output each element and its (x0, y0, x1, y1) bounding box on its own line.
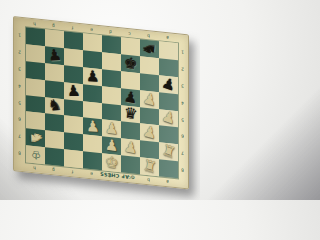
rank-label: 6 (178, 127, 187, 145)
square-d3: ♟ (83, 118, 102, 137)
chess-mat: hgfedcba hgfedcba 12345678 12345678 ♞♟♚♟… (13, 16, 189, 189)
square-e6 (102, 69, 121, 88)
square-e1: ♚ (102, 153, 121, 172)
square-a4 (26, 95, 45, 114)
square-b2 (45, 131, 64, 150)
square-g3: ♟ (140, 124, 159, 143)
square-h4: ♟ (159, 109, 178, 128)
chess-board: ♞♟♚♟♟♟♟♟♞♛♟♟♟♟♞♟♟♜♔♚♜ (25, 26, 179, 179)
piece-black-pawn: ♟ (86, 69, 100, 85)
square-c4 (64, 99, 83, 118)
square-d5 (83, 84, 102, 103)
square-h1 (159, 159, 178, 178)
square-e5 (102, 86, 121, 105)
rank-labels-right: 12345678 (178, 42, 187, 178)
square-g1: ♜ (140, 157, 159, 176)
piece-black-pawn: ♟ (47, 48, 63, 64)
square-b7: ♟ (45, 46, 64, 65)
piece-black-king: ♚ (123, 55, 138, 73)
square-c1 (64, 149, 83, 168)
photo-of-chess-board: { "game": "chess", "position": "6n1/1p3k… (0, 0, 200, 200)
rank-label: 5 (15, 93, 24, 111)
rank-label: 2 (178, 59, 187, 77)
square-b4: ♞ (45, 97, 64, 116)
piece-black-knight: ♞ (47, 98, 63, 114)
square-b1 (45, 147, 64, 166)
square-f7: ♚ (121, 54, 140, 73)
square-e7 (102, 52, 121, 71)
square-a2: ♞ (26, 129, 45, 148)
square-a7 (26, 44, 45, 63)
square-f4: ♛ (121, 105, 140, 124)
rank-label: 3 (178, 76, 187, 94)
rank-label: 7 (178, 144, 187, 162)
rank-label: 1 (15, 25, 24, 43)
rank-label: 2 (15, 42, 24, 60)
square-h8 (159, 41, 178, 60)
brand-name: AF CHESS (100, 171, 129, 180)
square-d8 (83, 33, 102, 52)
square-b6 (45, 63, 64, 82)
piece-black-pawn: ♟ (66, 84, 81, 99)
gear-icon: ⚙ (130, 175, 135, 180)
square-d6: ♟ (83, 67, 102, 86)
square-c8 (64, 31, 83, 50)
piece-white-king: ♚ (105, 155, 119, 172)
square-a5 (26, 78, 45, 97)
piece-white-knight: ♞ (28, 131, 43, 146)
rank-label: 6 (15, 110, 24, 128)
square-a8 (26, 27, 45, 46)
square-c7 (64, 48, 83, 67)
rank-label: 8 (15, 143, 24, 161)
square-g5: ♟ (140, 90, 159, 109)
rank-label: 1 (178, 42, 187, 60)
square-a3 (26, 112, 45, 131)
square-c6 (64, 65, 83, 84)
piece-white-pawn: ♟ (142, 124, 158, 142)
rank-label: 7 (15, 126, 24, 144)
square-a1: ♔ (26, 145, 45, 164)
piece-white-rook: ♜ (160, 143, 177, 162)
rank-label: 4 (178, 93, 187, 111)
square-f1 (121, 155, 140, 174)
square-a6 (26, 61, 45, 80)
corner-crown-logo-icon: ♔ (31, 149, 41, 161)
square-h6: ♟ (159, 75, 178, 94)
square-e8 (102, 35, 121, 54)
square-g8: ♞ (140, 39, 159, 58)
square-f6 (121, 71, 140, 90)
square-c2 (64, 133, 83, 152)
piece-white-rook: ♜ (142, 158, 158, 176)
piece-white-pawn: ♟ (142, 90, 158, 108)
piece-black-pawn: ♟ (160, 75, 177, 94)
piece-white-pawn: ♟ (123, 139, 138, 157)
rank-label: 5 (178, 110, 187, 128)
rank-labels-left: 12345678 (15, 25, 24, 161)
square-b3 (45, 114, 64, 133)
piece-white-pawn: ♟ (160, 109, 177, 128)
square-h2: ♜ (159, 143, 178, 162)
rank-label: 3 (15, 59, 24, 77)
piece-black-queen: ♛ (123, 106, 138, 124)
square-c3 (64, 116, 83, 135)
piece-black-knight: ♞ (141, 41, 157, 57)
square-f2: ♟ (121, 139, 140, 158)
rank-label: 8 (178, 160, 187, 178)
square-g6 (140, 73, 159, 92)
square-d2 (83, 135, 102, 154)
square-g7 (140, 56, 159, 75)
piece-white-pawn: ♟ (86, 119, 100, 135)
square-d1 (83, 151, 102, 170)
square-c5: ♟ (64, 82, 83, 101)
rank-label: 4 (15, 76, 24, 94)
